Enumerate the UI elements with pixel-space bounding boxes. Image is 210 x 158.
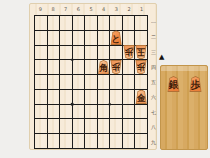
shogi-piece-gote-pawn[interactable]: 歩	[110, 60, 122, 75]
hand-sente: 銀歩	[167, 76, 202, 92]
piece-face: 歩	[136, 61, 146, 74]
shogi-piece-sente-gold[interactable]: 金	[135, 90, 147, 105]
shogi-piece-gote-king[interactable]: 玉	[135, 45, 147, 60]
shogi-board: 987654321 一二三四五六七八九 と歩玉角歩歩金	[29, 3, 157, 150]
piece-kanji: と	[112, 32, 121, 44]
piece-kanji: 金	[137, 91, 146, 103]
shogi-piece-sente-pawn[interactable]: 歩	[189, 76, 202, 92]
piece-kanji: 歩	[191, 78, 201, 91]
shogi-piece-gote-pawn[interactable]: 歩	[123, 45, 135, 60]
komadai-sente-hand-stand: 銀歩	[160, 65, 208, 150]
piece-face: と	[111, 31, 121, 44]
piece-face: 金	[136, 90, 146, 103]
piece-face: 歩	[190, 77, 201, 92]
sente-turn-marker: ▲	[159, 54, 164, 61]
shogi-piece-sente-silver[interactable]: 銀	[167, 76, 180, 92]
hoshi-dot	[71, 103, 74, 106]
tsume-shogi-widget: 987654321 一二三四五六七八九 と歩玉角歩歩金 ▲ 銀歩	[0, 0, 210, 158]
hoshi-dot	[109, 103, 112, 106]
piece-kanji: 歩	[124, 47, 133, 59]
piece-kanji: 角	[99, 62, 108, 74]
piece-face: 銀	[168, 77, 179, 92]
piece-face: 歩	[124, 46, 134, 59]
piece-face: 角	[98, 61, 108, 74]
shogi-piece-sente-tokin[interactable]: と	[110, 30, 122, 45]
piece-kanji: 銀	[169, 78, 179, 91]
piece-kanji: 玉	[137, 47, 146, 59]
piece-layer: と歩玉角歩歩金	[30, 4, 158, 151]
hoshi-dot	[71, 59, 74, 62]
piece-kanji: 歩	[112, 61, 121, 73]
piece-kanji: 歩	[137, 61, 146, 73]
komadai-top-edge	[161, 66, 207, 71]
shogi-piece-gote-pawn[interactable]: 歩	[135, 60, 147, 75]
shogi-piece-sente-bishop[interactable]: 角	[98, 60, 110, 75]
piece-face: 歩	[111, 61, 121, 74]
piece-face: 玉	[136, 46, 146, 59]
